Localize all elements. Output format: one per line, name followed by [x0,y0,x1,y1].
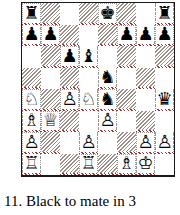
square-h8: ♜ [155,3,174,25]
white-rook-d1: ♖ [80,154,97,174]
white-pawn-e3: ♙ [99,111,116,131]
square-d3 [79,111,98,133]
square-c3 [60,111,79,133]
square-e5: ♞ [98,68,117,90]
square-g5 [136,68,155,90]
square-h3 [155,111,174,133]
square-b8 [41,3,60,25]
black-pawn-g7: ♟ [137,25,154,45]
black-knight-e4: ♞ [99,89,116,109]
square-b1 [41,154,60,176]
square-e6 [98,46,117,68]
white-bishop-a3: ♗ [23,111,40,131]
square-h2: ♙ [155,132,174,154]
black-pawn-b7: ♟ [42,25,59,45]
square-e3: ♙ [98,111,117,133]
white-knight-a4: ♘ [23,89,40,109]
square-c6: ♟ [60,46,79,68]
black-pawn-h7: ♟ [156,25,173,45]
square-d5 [79,68,98,90]
square-g4 [136,89,155,111]
square-f7: ♟ [117,25,136,47]
square-a2: ♙ [22,132,41,154]
square-e1 [98,154,117,176]
square-g3 [136,111,155,133]
square-d8 [79,3,98,25]
white-pawn-h2: ♙ [156,132,173,152]
square-d7 [79,25,98,47]
square-f5 [117,68,136,90]
square-h5 [155,68,174,90]
black-king-e8: ♚ [99,3,116,23]
diagram-caption: 11. Black to mate in 3 [4,193,136,210]
black-queen-h4: ♛ [156,89,173,109]
black-knight-e5: ♞ [99,68,116,88]
black-rook-a8: ♜ [23,3,40,23]
square-b6 [41,46,60,68]
square-h6 [155,46,174,68]
white-bishop-f1: ♗ [118,154,135,174]
square-c5 [60,68,79,90]
square-f4 [117,89,136,111]
square-g6 [136,46,155,68]
square-c1 [60,154,79,176]
chess-board: ♜♚♜♟♟♟♟♟♟♝♞♘♙♘♞♛♗♕♙♙♙♙♙♖♖♗♔ [21,2,175,177]
square-d1: ♖ [79,154,98,176]
white-pawn-g2: ♙ [137,132,154,152]
white-knight-d4: ♘ [80,89,97,109]
square-f2 [117,132,136,154]
black-bishop-d6: ♝ [80,46,97,66]
square-b3: ♕ [41,111,60,133]
square-f6 [117,46,136,68]
square-c8 [60,3,79,25]
square-e2 [98,132,117,154]
square-b7: ♟ [41,25,60,47]
white-pawn-c4: ♙ [61,89,78,109]
square-a7: ♟ [22,25,41,47]
square-a4: ♘ [22,89,41,111]
white-pawn-d2: ♙ [80,132,97,152]
square-h1 [155,154,174,176]
square-c7 [60,25,79,47]
square-e4: ♞ [98,89,117,111]
square-e7 [98,25,117,47]
square-f8 [117,3,136,25]
square-d4: ♘ [79,89,98,111]
square-h4: ♛ [155,89,174,111]
square-g1: ♔ [136,154,155,176]
square-c4: ♙ [60,89,79,111]
black-pawn-f7: ♟ [118,25,135,45]
square-e8: ♚ [98,3,117,25]
square-g2: ♙ [136,132,155,154]
square-b5 [41,68,60,90]
white-king-g1: ♔ [137,154,154,174]
black-pawn-a7: ♟ [23,25,40,45]
square-h7: ♟ [155,25,174,47]
square-a3: ♗ [22,111,41,133]
square-a8: ♜ [22,3,41,25]
square-a1: ♖ [22,154,41,176]
square-f1: ♗ [117,154,136,176]
black-pawn-c6: ♟ [61,46,78,66]
square-f3 [117,111,136,133]
square-b2 [41,132,60,154]
square-a6 [22,46,41,68]
white-queen-b3: ♕ [42,111,59,131]
white-rook-a1: ♖ [23,154,40,174]
square-d2: ♙ [79,132,98,154]
square-c2 [60,132,79,154]
square-g8 [136,3,155,25]
white-pawn-a2: ♙ [23,132,40,152]
square-d6: ♝ [79,46,98,68]
black-rook-h8: ♜ [156,3,173,23]
square-g7: ♟ [136,25,155,47]
square-a5 [22,68,41,90]
square-b4 [41,89,60,111]
